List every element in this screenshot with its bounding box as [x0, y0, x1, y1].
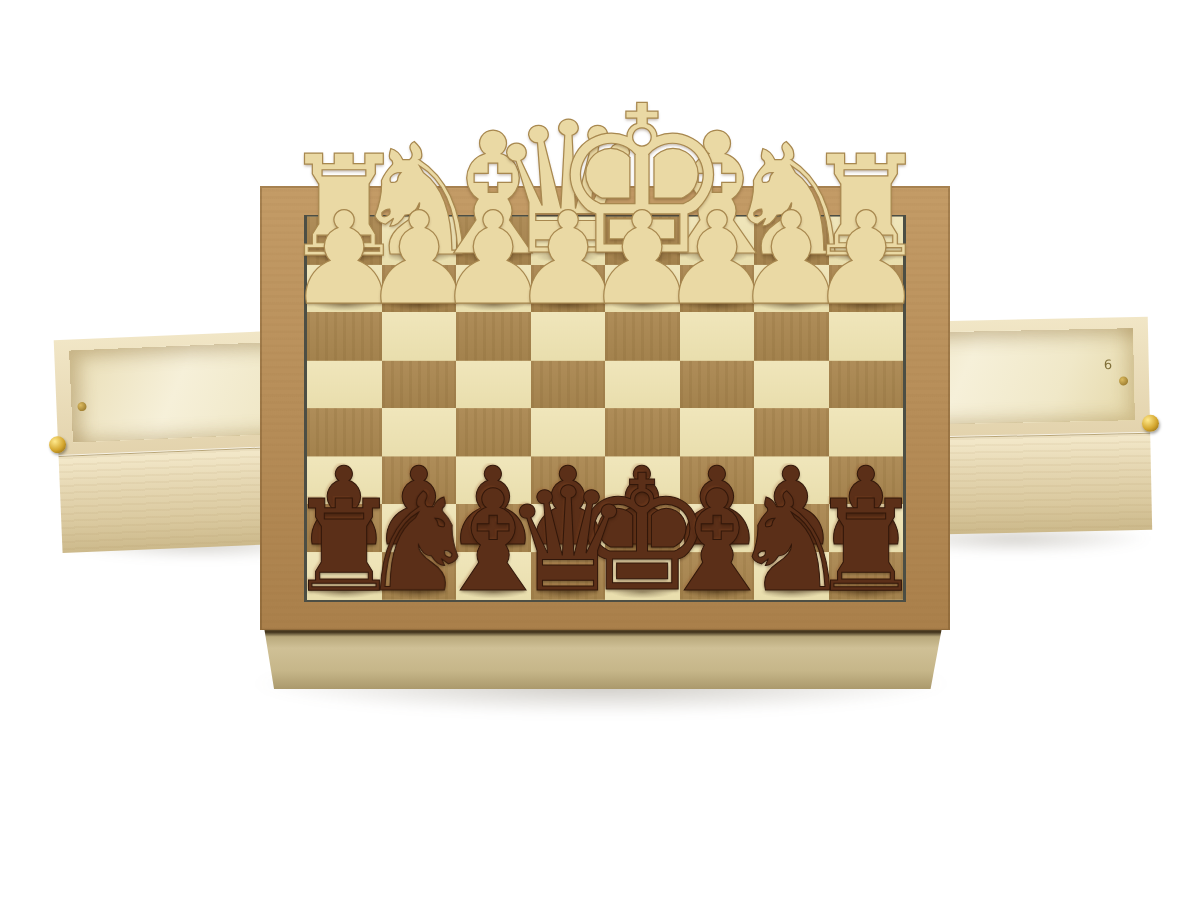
right-drawer-interior: 9 — [854, 328, 1135, 426]
black-rook[interactable]: ♜ — [809, 497, 922, 598]
right-drawer-stamp: 9 — [1103, 356, 1112, 371]
board-border-line: ♜♞♝♛♚♝♞♜♟♟♟♟♟♟♟♟♟♟♟♟♟♟♟♟♜♞♝♛♚♝♞♜ — [304, 215, 906, 602]
left-drawer-interior — [69, 339, 342, 442]
right-drawer-knob[interactable] — [1142, 415, 1159, 432]
black-queen[interactable]: ♛ — [503, 483, 632, 598]
square-r8c4[interactable]: ♛ — [531, 552, 606, 600]
square-r8c8[interactable]: ♜ — [829, 552, 904, 600]
chessboard-frame: ♜♞♝♛♚♝♞♜♟♟♟♟♟♟♟♟♟♟♟♟♟♟♟♟♜♞♝♛♚♝♞♜ — [260, 186, 950, 630]
board-grid: ♜♞♝♛♚♝♞♜♟♟♟♟♟♟♟♟♟♟♟♟♟♟♟♟♜♞♝♛♚♝♞♜ — [307, 217, 903, 600]
right-drawer-screw — [1119, 376, 1128, 385]
black-bishop[interactable]: ♝ — [654, 486, 780, 598]
square-r2c1[interactable]: ♟ — [307, 265, 382, 313]
box-body-front — [256, 629, 950, 689]
square-r8c6[interactable]: ♝ — [680, 552, 755, 600]
scene: 9 ♜♞♝♛♚♝♞♜♟♟♟♟♟♟♟♟♟♟♟♟♟♟♟♟♜♞♝♛♚♝♞♜ — [0, 0, 1200, 900]
square-r2c8[interactable]: ♟ — [829, 265, 904, 313]
left-drawer-screw — [77, 401, 86, 410]
left-drawer-rim — [54, 328, 351, 456]
